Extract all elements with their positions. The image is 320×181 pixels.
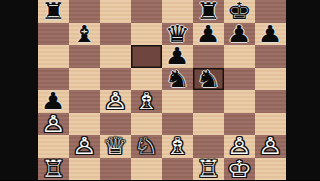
square-d8[interactable] xyxy=(131,0,162,23)
black-pawn-icon: ♟ xyxy=(41,90,66,113)
square-b3[interactable] xyxy=(69,113,100,136)
black-knight-icon: ♞ xyxy=(196,67,221,90)
square-b8[interactable] xyxy=(69,0,100,23)
square-h5[interactable] xyxy=(255,68,286,91)
square-e2[interactable]: ♗ xyxy=(162,135,193,158)
white-king-icon: ♔ xyxy=(227,157,252,180)
square-h3[interactable] xyxy=(255,113,286,136)
square-b4[interactable] xyxy=(69,90,100,113)
square-g1[interactable]: ♔ xyxy=(224,158,255,181)
video-frame: ♜♜♚♝♛♟♟♟♟♞♞♟♙♗♙♙♕♘♗♙♙♖♖♔ xyxy=(0,0,320,180)
square-c8[interactable] xyxy=(100,0,131,23)
black-rook-icon: ♜ xyxy=(196,0,221,23)
square-c4[interactable]: ♙ xyxy=(100,90,131,113)
white-pawn-icon: ♙ xyxy=(103,90,128,113)
black-knight-icon: ♞ xyxy=(165,67,190,90)
square-g2[interactable]: ♙ xyxy=(224,135,255,158)
square-h8[interactable] xyxy=(255,0,286,23)
square-e3[interactable] xyxy=(162,113,193,136)
square-e5[interactable]: ♞ xyxy=(162,68,193,91)
square-b5[interactable] xyxy=(69,68,100,91)
white-queen-icon: ♕ xyxy=(103,135,128,158)
square-g7[interactable]: ♟ xyxy=(224,23,255,46)
square-a1[interactable]: ♖ xyxy=(38,158,69,181)
white-pawn-icon: ♙ xyxy=(72,135,97,158)
square-c1[interactable] xyxy=(100,158,131,181)
white-rook-icon: ♖ xyxy=(196,157,221,180)
chess-board: ♜♜♚♝♛♟♟♟♟♞♞♟♙♗♙♙♕♘♗♙♙♖♖♔ xyxy=(38,0,286,180)
square-f4[interactable] xyxy=(193,90,224,113)
letterbox-right xyxy=(286,0,320,180)
black-pawn-icon: ♟ xyxy=(165,45,190,68)
square-c3[interactable] xyxy=(100,113,131,136)
square-h6[interactable] xyxy=(255,45,286,68)
square-a6[interactable] xyxy=(38,45,69,68)
letterbox-left xyxy=(0,0,38,180)
black-pawn-icon: ♟ xyxy=(196,22,221,45)
square-f3[interactable] xyxy=(193,113,224,136)
square-a5[interactable] xyxy=(38,68,69,91)
black-rook-icon: ♜ xyxy=(41,0,66,23)
square-d6[interactable] xyxy=(131,45,162,68)
square-c5[interactable] xyxy=(100,68,131,91)
square-f5[interactable]: ♞ xyxy=(193,68,224,91)
square-h7[interactable]: ♟ xyxy=(255,23,286,46)
square-b1[interactable] xyxy=(69,158,100,181)
white-rook-icon: ♖ xyxy=(41,157,66,180)
black-pawn-icon: ♟ xyxy=(227,22,252,45)
square-c6[interactable] xyxy=(100,45,131,68)
square-g5[interactable] xyxy=(224,68,255,91)
square-f2[interactable] xyxy=(193,135,224,158)
square-d2[interactable]: ♘ xyxy=(131,135,162,158)
square-e1[interactable] xyxy=(162,158,193,181)
square-g6[interactable] xyxy=(224,45,255,68)
square-f1[interactable]: ♖ xyxy=(193,158,224,181)
square-b7[interactable]: ♝ xyxy=(69,23,100,46)
square-f8[interactable]: ♜ xyxy=(193,0,224,23)
square-f7[interactable]: ♟ xyxy=(193,23,224,46)
square-f6[interactable] xyxy=(193,45,224,68)
square-b6[interactable] xyxy=(69,45,100,68)
square-a8[interactable]: ♜ xyxy=(38,0,69,23)
square-d1[interactable] xyxy=(131,158,162,181)
square-h1[interactable] xyxy=(255,158,286,181)
white-knight-icon: ♘ xyxy=(134,135,159,158)
white-bishop-icon: ♗ xyxy=(165,135,190,158)
black-king-icon: ♚ xyxy=(227,0,252,23)
square-e4[interactable] xyxy=(162,90,193,113)
square-a3[interactable]: ♙ xyxy=(38,113,69,136)
square-d7[interactable] xyxy=(131,23,162,46)
square-c7[interactable] xyxy=(100,23,131,46)
square-d3[interactable] xyxy=(131,113,162,136)
square-g3[interactable] xyxy=(224,113,255,136)
square-a4[interactable]: ♟ xyxy=(38,90,69,113)
white-pawn-icon: ♙ xyxy=(41,112,66,135)
square-g4[interactable] xyxy=(224,90,255,113)
square-g8[interactable]: ♚ xyxy=(224,0,255,23)
square-a7[interactable] xyxy=(38,23,69,46)
square-b2[interactable]: ♙ xyxy=(69,135,100,158)
square-e7[interactable]: ♛ xyxy=(162,23,193,46)
square-a2[interactable] xyxy=(38,135,69,158)
square-d5[interactable] xyxy=(131,68,162,91)
square-d4[interactable]: ♗ xyxy=(131,90,162,113)
square-e6[interactable]: ♟ xyxy=(162,45,193,68)
square-e8[interactable] xyxy=(162,0,193,23)
black-bishop-icon: ♝ xyxy=(72,22,97,45)
white-bishop-icon: ♗ xyxy=(134,90,159,113)
square-h2[interactable]: ♙ xyxy=(255,135,286,158)
black-pawn-icon: ♟ xyxy=(258,22,283,45)
black-queen-icon: ♛ xyxy=(165,22,190,45)
square-h4[interactable] xyxy=(255,90,286,113)
white-pawn-icon: ♙ xyxy=(258,135,283,158)
white-pawn-icon: ♙ xyxy=(227,135,252,158)
square-c2[interactable]: ♕ xyxy=(100,135,131,158)
